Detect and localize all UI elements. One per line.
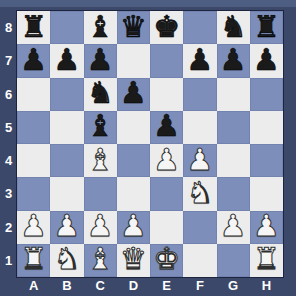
black-pawn-b7: ♟ [53,45,80,75]
white-pawn-g2: ♟ [220,211,247,241]
black-bishop-c5: ♝ [87,111,114,141]
black-bishop-c8: ♝ [87,12,114,42]
rank-label-8: 8 [0,11,17,44]
black-knight-g8: ♞ [220,12,247,42]
white-rook-a1: ♜ [20,244,47,274]
square-h5[interactable] [250,111,283,144]
white-pawn-h2: ♟ [253,211,280,241]
square-g3[interactable] [217,177,250,210]
square-g7[interactable]: ♟ [217,44,250,77]
square-b7[interactable]: ♟ [50,44,83,77]
black-knight-c6: ♞ [87,78,114,108]
chess-diagram: ♜♝♛♚♞♜♟♟♟♟♟♟♞♟♝♟♝♟♟♞♟♟♟♟♟♟♜♞♝♛♚♜ 8765432… [0,0,296,296]
square-c2[interactable]: ♟ [84,211,117,244]
white-queen-d1: ♛ [120,244,147,274]
square-f3[interactable]: ♞ [183,177,216,210]
square-g1[interactable] [217,244,250,277]
rank-label-1: 1 [0,244,17,277]
black-rook-a8: ♜ [20,12,47,42]
file-label-c: C [84,277,117,296]
black-pawn-g7: ♟ [220,45,247,75]
square-d8[interactable]: ♛ [117,11,150,44]
square-c3[interactable] [84,177,117,210]
square-e2[interactable] [150,211,183,244]
square-d4[interactable] [117,144,150,177]
black-queen-d8: ♛ [120,12,147,42]
square-e5[interactable]: ♟ [150,111,183,144]
square-a6[interactable] [17,78,50,111]
square-a7[interactable]: ♟ [17,44,50,77]
square-a4[interactable] [17,144,50,177]
square-b4[interactable] [50,144,83,177]
square-f7[interactable]: ♟ [183,44,216,77]
square-h8[interactable]: ♜ [250,11,283,44]
file-label-f: F [183,277,216,296]
square-b1[interactable]: ♞ [50,244,83,277]
square-e8[interactable]: ♚ [150,11,183,44]
square-f2[interactable] [183,211,216,244]
square-b5[interactable] [50,111,83,144]
black-pawn-c7: ♟ [87,45,114,75]
square-e4[interactable]: ♟ [150,144,183,177]
square-b6[interactable] [50,78,83,111]
square-f5[interactable] [183,111,216,144]
square-d1[interactable]: ♛ [117,244,150,277]
file-label-b: B [50,277,83,296]
white-bishop-c1: ♝ [87,244,114,274]
square-c6[interactable]: ♞ [84,78,117,111]
file-label-h: H [250,277,283,296]
square-d7[interactable] [117,44,150,77]
square-g8[interactable]: ♞ [217,11,250,44]
square-d6[interactable]: ♟ [117,78,150,111]
square-b2[interactable]: ♟ [50,211,83,244]
white-pawn-d2: ♟ [120,211,147,241]
white-pawn-f4: ♟ [186,145,213,175]
square-e1[interactable]: ♚ [150,244,183,277]
black-pawn-a7: ♟ [20,45,47,75]
white-rook-h1: ♜ [253,244,280,274]
file-label-g: G [217,277,250,296]
square-b3[interactable] [50,177,83,210]
black-pawn-f7: ♟ [186,45,213,75]
rank-label-6: 6 [0,78,17,111]
square-a2[interactable]: ♟ [17,211,50,244]
white-knight-f3: ♞ [186,178,213,208]
rank-label-5: 5 [0,111,17,144]
rank-label-4: 4 [0,144,17,177]
file-label-a: A [17,277,50,296]
black-king-e8: ♚ [153,12,180,42]
square-h4[interactable] [250,144,283,177]
square-h3[interactable] [250,177,283,210]
square-a3[interactable] [17,177,50,210]
square-g2[interactable]: ♟ [217,211,250,244]
white-king-e1: ♚ [153,244,180,274]
square-a5[interactable] [17,111,50,144]
square-g4[interactable] [217,144,250,177]
white-knight-b1: ♞ [53,244,80,274]
white-pawn-e4: ♟ [153,145,180,175]
square-f4[interactable]: ♟ [183,144,216,177]
square-e6[interactable] [150,78,183,111]
white-bishop-c4: ♝ [87,145,114,175]
square-f1[interactable] [183,244,216,277]
square-c5[interactable]: ♝ [84,111,117,144]
square-e3[interactable] [150,177,183,210]
white-pawn-a2: ♟ [20,211,47,241]
square-h1[interactable]: ♜ [250,244,283,277]
black-pawn-h7: ♟ [253,45,280,75]
black-pawn-d6: ♟ [120,78,147,108]
square-a1[interactable]: ♜ [17,244,50,277]
square-f8[interactable] [183,11,216,44]
rank-label-2: 2 [0,211,17,244]
square-d5[interactable] [117,111,150,144]
square-g6[interactable] [217,78,250,111]
rank-label-7: 7 [0,44,17,77]
square-c7[interactable]: ♟ [84,44,117,77]
square-g5[interactable] [217,111,250,144]
file-label-d: D [117,277,150,296]
square-h7[interactable]: ♟ [250,44,283,77]
square-b8[interactable] [50,11,83,44]
square-h6[interactable] [250,78,283,111]
square-f6[interactable] [183,78,216,111]
square-h2[interactable]: ♟ [250,211,283,244]
square-e7[interactable] [150,44,183,77]
square-a8[interactable]: ♜ [17,11,50,44]
frame-top-band [0,0,296,7]
square-c8[interactable]: ♝ [84,11,117,44]
black-rook-h8: ♜ [253,12,280,42]
black-pawn-e5: ♟ [153,111,180,141]
rank-label-3: 3 [0,177,17,210]
white-pawn-c2: ♟ [87,211,114,241]
white-pawn-b2: ♟ [53,211,80,241]
file-label-e: E [150,277,183,296]
square-d3[interactable] [117,177,150,210]
square-c1[interactable]: ♝ [84,244,117,277]
chess-board: ♜♝♛♚♞♜♟♟♟♟♟♟♞♟♝♟♝♟♟♞♟♟♟♟♟♟♜♞♝♛♚♜ [17,11,283,277]
square-c4[interactable]: ♝ [84,144,117,177]
square-d2[interactable]: ♟ [117,211,150,244]
